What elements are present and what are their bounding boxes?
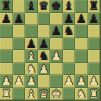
square-a7[interactable]: ♟ [0,13,13,26]
white-pawn[interactable]: ♟ [14,75,24,87]
square-a4[interactable] [0,50,13,63]
white-rook[interactable]: ♜ [1,88,11,100]
black-queen[interactable]: ♛ [39,0,49,12]
square-h8[interactable]: ♜ [88,0,101,13]
black-pawn[interactable]: ♟ [76,13,86,25]
white-queen[interactable]: ♛ [39,88,49,100]
square-a2[interactable]: ♟ [0,75,13,88]
white-pawn[interactable]: ♟ [1,75,11,87]
square-c6[interactable] [25,25,38,38]
square-c1[interactable]: ♝ [25,88,38,101]
square-h3[interactable] [88,63,101,76]
square-e3[interactable] [50,63,63,76]
square-e8[interactable]: ♚ [50,0,63,13]
square-f2[interactable]: ♟ [63,75,76,88]
white-pawn[interactable]: ♟ [89,75,99,87]
square-h4[interactable] [88,50,101,63]
square-b8[interactable] [13,0,26,13]
black-knight[interactable]: ♞ [39,50,49,62]
square-b4[interactable] [13,50,26,63]
square-a3[interactable] [0,63,13,76]
square-f8[interactable]: ♝ [63,0,76,13]
square-e5[interactable] [50,38,63,51]
black-pawn[interactable]: ♟ [89,13,99,25]
white-bishop[interactable]: ♝ [26,50,36,62]
square-f1[interactable] [63,88,76,101]
square-c3[interactable]: ♞ [25,63,38,76]
square-d1[interactable]: ♛ [38,88,51,101]
square-e2[interactable] [50,75,63,88]
square-d8[interactable]: ♛ [38,0,51,13]
square-g6[interactable] [75,25,88,38]
white-knight[interactable]: ♞ [26,63,36,75]
square-g5[interactable] [75,38,88,51]
square-c7[interactable] [25,13,38,26]
black-rook[interactable]: ♜ [1,0,11,12]
black-rook[interactable]: ♜ [89,0,99,12]
square-h6[interactable] [88,25,101,38]
square-a1[interactable]: ♜ [0,88,13,101]
square-b1[interactable] [13,88,26,101]
square-b6[interactable] [13,25,26,38]
square-g2[interactable]: ♟ [75,75,88,88]
square-e4[interactable]: ♟ [50,50,63,63]
chess-board: ♜♝♛♚♝♜♟♟♟♟♟♟♞♟♟♝♞♟♞♟♟♟♟♟♟♟♜♝♛♚♞♜ [0,0,100,100]
square-f4[interactable] [63,50,76,63]
square-c8[interactable]: ♝ [25,0,38,13]
square-f5[interactable] [63,38,76,51]
square-a5[interactable] [0,38,13,51]
black-knight[interactable]: ♞ [64,25,74,37]
square-g1[interactable]: ♞ [75,88,88,101]
square-c5[interactable]: ♟ [25,38,38,51]
black-pawn[interactable]: ♟ [26,38,36,50]
black-pawn[interactable]: ♟ [39,38,49,50]
square-b7[interactable]: ♟ [13,13,26,26]
white-rook[interactable]: ♜ [89,88,99,100]
square-b2[interactable]: ♟ [13,75,26,88]
white-king[interactable]: ♚ [51,88,61,100]
white-pawn[interactable]: ♟ [64,75,74,87]
black-pawn[interactable]: ♟ [14,13,24,25]
square-c4[interactable]: ♝ [25,50,38,63]
square-d5[interactable]: ♟ [38,38,51,51]
black-king[interactable]: ♚ [51,0,61,12]
black-bishop[interactable]: ♝ [26,0,36,12]
square-d7[interactable] [38,13,51,26]
square-f6[interactable]: ♞ [63,25,76,38]
black-pawn[interactable]: ♟ [1,13,11,25]
square-b3[interactable] [13,63,26,76]
black-pawn[interactable]: ♟ [64,13,74,25]
white-bishop[interactable]: ♝ [26,88,36,100]
square-g4[interactable] [75,50,88,63]
square-g7[interactable]: ♟ [75,13,88,26]
square-d6[interactable] [38,25,51,38]
square-d2[interactable] [38,75,51,88]
white-pawn[interactable]: ♟ [51,50,61,62]
square-h5[interactable] [88,38,101,51]
black-pawn[interactable]: ♟ [51,25,61,37]
square-h1[interactable]: ♜ [88,88,101,101]
square-f3[interactable] [63,63,76,76]
white-pawn[interactable]: ♟ [26,75,36,87]
square-d3[interactable]: ♟ [38,63,51,76]
square-h2[interactable]: ♟ [88,75,101,88]
square-g3[interactable] [75,63,88,76]
square-f7[interactable]: ♟ [63,13,76,26]
square-e7[interactable] [50,13,63,26]
white-pawn[interactable]: ♟ [76,75,86,87]
square-e1[interactable]: ♚ [50,88,63,101]
white-knight[interactable]: ♞ [76,88,86,100]
white-pawn[interactable]: ♟ [39,63,49,75]
square-d4[interactable]: ♞ [38,50,51,63]
black-bishop[interactable]: ♝ [64,0,74,12]
square-c2[interactable]: ♟ [25,75,38,88]
square-b5[interactable] [13,38,26,51]
square-e6[interactable]: ♟ [50,25,63,38]
square-a6[interactable] [0,25,13,38]
square-g8[interactable] [75,0,88,13]
square-h7[interactable]: ♟ [88,13,101,26]
square-a8[interactable]: ♜ [0,0,13,13]
